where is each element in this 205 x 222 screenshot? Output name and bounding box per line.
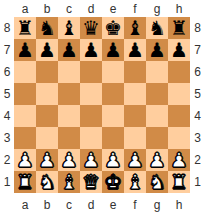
file-label-bottom-a: a xyxy=(14,193,36,222)
file-label-bottom-d: d xyxy=(80,193,102,222)
rank-label-right-1: 1 xyxy=(190,171,205,193)
corner-bottom-left xyxy=(0,193,14,222)
piece-white-knight[interactable]: ♞ xyxy=(148,171,166,193)
piece-white-queen[interactable]: ♛ xyxy=(82,171,100,193)
square-h1[interactable]: ♜ xyxy=(168,171,190,193)
square-c8[interactable]: ♝ xyxy=(58,17,80,39)
square-b6[interactable] xyxy=(36,61,58,83)
piece-black-knight[interactable]: ♞ xyxy=(38,17,56,39)
file-label-top-e: e xyxy=(102,0,124,17)
square-h8[interactable]: ♜ xyxy=(168,17,190,39)
piece-black-knight[interactable]: ♞ xyxy=(148,17,166,39)
piece-black-rook[interactable]: ♜ xyxy=(170,17,188,39)
piece-white-pawn[interactable]: ♟ xyxy=(126,149,144,171)
square-e5[interactable] xyxy=(102,83,124,105)
piece-black-bishop[interactable]: ♝ xyxy=(60,17,78,39)
piece-white-knight[interactable]: ♞ xyxy=(38,171,56,193)
square-a2[interactable]: ♟ xyxy=(14,149,36,171)
square-f1[interactable]: ♝ xyxy=(124,171,146,193)
file-label-bottom-h: h xyxy=(168,193,190,222)
square-b1[interactable]: ♞ xyxy=(36,171,58,193)
square-a1[interactable]: ♜ xyxy=(14,171,36,193)
square-g3[interactable] xyxy=(146,127,168,149)
file-label-top-c: c xyxy=(58,0,80,17)
square-b3[interactable] xyxy=(36,127,58,149)
file-label-top-h: h xyxy=(168,0,190,17)
piece-black-queen[interactable]: ♛ xyxy=(82,17,100,39)
square-f3[interactable] xyxy=(124,127,146,149)
piece-black-pawn[interactable]: ♟ xyxy=(16,39,34,61)
piece-white-pawn[interactable]: ♟ xyxy=(60,149,78,171)
piece-black-pawn[interactable]: ♟ xyxy=(104,39,122,61)
chess-board: abcdefgh8♜♞♝♛♚♝♞♜87♟♟♟♟♟♟♟♟7665544332♟♟♟… xyxy=(0,0,205,222)
rank-label-right-2: 2 xyxy=(190,149,205,171)
square-g4[interactable] xyxy=(146,105,168,127)
square-b2[interactable]: ♟ xyxy=(36,149,58,171)
square-g6[interactable] xyxy=(146,61,168,83)
square-e7[interactable]: ♟ xyxy=(102,39,124,61)
square-h3[interactable] xyxy=(168,127,190,149)
piece-black-rook[interactable]: ♜ xyxy=(16,17,34,39)
square-a8[interactable]: ♜ xyxy=(14,17,36,39)
rank-label-left-7: 7 xyxy=(0,39,14,61)
piece-black-pawn[interactable]: ♟ xyxy=(170,39,188,61)
square-f6[interactable] xyxy=(124,61,146,83)
square-d8[interactable]: ♛ xyxy=(80,17,102,39)
square-a4[interactable] xyxy=(14,105,36,127)
rank-label-left-2: 2 xyxy=(0,149,14,171)
square-d3[interactable] xyxy=(80,127,102,149)
rank-label-left-5: 5 xyxy=(0,83,14,105)
rank-label-left-8: 8 xyxy=(0,17,14,39)
piece-white-pawn[interactable]: ♟ xyxy=(82,149,100,171)
square-g2[interactable]: ♟ xyxy=(146,149,168,171)
square-e6[interactable] xyxy=(102,61,124,83)
piece-white-bishop[interactable]: ♝ xyxy=(60,171,78,193)
square-d7[interactable]: ♟ xyxy=(80,39,102,61)
piece-white-king[interactable]: ♚ xyxy=(104,171,122,193)
rank-label-right-5: 5 xyxy=(190,83,205,105)
square-h4[interactable] xyxy=(168,105,190,127)
rank-label-right-4: 4 xyxy=(190,105,205,127)
square-b7[interactable]: ♟ xyxy=(36,39,58,61)
file-label-bottom-b: b xyxy=(36,193,58,222)
file-label-bottom-c: c xyxy=(58,193,80,222)
square-f4[interactable] xyxy=(124,105,146,127)
square-c7[interactable]: ♟ xyxy=(58,39,80,61)
corner-top-left xyxy=(0,0,14,17)
square-c1[interactable]: ♝ xyxy=(58,171,80,193)
square-d6[interactable] xyxy=(80,61,102,83)
file-label-top-b: b xyxy=(36,0,58,17)
square-d2[interactable]: ♟ xyxy=(80,149,102,171)
square-f2[interactable]: ♟ xyxy=(124,149,146,171)
square-e3[interactable] xyxy=(102,127,124,149)
piece-black-king[interactable]: ♚ xyxy=(104,17,122,39)
square-h7[interactable]: ♟ xyxy=(168,39,190,61)
corner-top-right xyxy=(190,0,205,17)
chess-diagram: abcdefgh8♜♞♝♛♚♝♞♜87♟♟♟♟♟♟♟♟7665544332♟♟♟… xyxy=(0,0,205,222)
piece-white-pawn[interactable]: ♟ xyxy=(148,149,166,171)
square-h2[interactable]: ♟ xyxy=(168,149,190,171)
square-g8[interactable]: ♞ xyxy=(146,17,168,39)
piece-black-pawn[interactable]: ♟ xyxy=(126,39,144,61)
square-c5[interactable] xyxy=(58,83,80,105)
square-e2[interactable]: ♟ xyxy=(102,149,124,171)
rank-label-left-6: 6 xyxy=(0,61,14,83)
piece-white-bishop[interactable]: ♝ xyxy=(126,171,144,193)
square-d4[interactable] xyxy=(80,105,102,127)
file-label-bottom-e: e xyxy=(102,193,124,222)
piece-white-pawn[interactable]: ♟ xyxy=(38,149,56,171)
piece-white-rook[interactable]: ♜ xyxy=(170,171,188,193)
file-label-top-f: f xyxy=(124,0,146,17)
file-label-bottom-f: f xyxy=(124,193,146,222)
square-a6[interactable] xyxy=(14,61,36,83)
square-f8[interactable]: ♝ xyxy=(124,17,146,39)
square-a3[interactable] xyxy=(14,127,36,149)
square-h6[interactable] xyxy=(168,61,190,83)
square-c3[interactable] xyxy=(58,127,80,149)
rank-label-left-4: 4 xyxy=(0,105,14,127)
square-h5[interactable] xyxy=(168,83,190,105)
piece-black-pawn[interactable]: ♟ xyxy=(82,39,100,61)
square-c2[interactable]: ♟ xyxy=(58,149,80,171)
piece-black-bishop[interactable]: ♝ xyxy=(126,17,144,39)
piece-white-pawn[interactable]: ♟ xyxy=(16,149,34,171)
square-f5[interactable] xyxy=(124,83,146,105)
rank-label-left-1: 1 xyxy=(0,171,14,193)
square-g5[interactable] xyxy=(146,83,168,105)
square-g7[interactable]: ♟ xyxy=(146,39,168,61)
piece-white-pawn[interactable]: ♟ xyxy=(104,149,122,171)
square-b4[interactable] xyxy=(36,105,58,127)
file-label-bottom-g: g xyxy=(146,193,168,222)
piece-white-rook[interactable]: ♜ xyxy=(16,171,34,193)
rank-label-right-8: 8 xyxy=(190,17,205,39)
file-label-top-g: g xyxy=(146,0,168,17)
piece-black-pawn[interactable]: ♟ xyxy=(60,39,78,61)
rank-label-left-3: 3 xyxy=(0,127,14,149)
piece-black-pawn[interactable]: ♟ xyxy=(38,39,56,61)
square-e8[interactable]: ♚ xyxy=(102,17,124,39)
square-c6[interactable] xyxy=(58,61,80,83)
corner-bottom-right xyxy=(190,193,205,222)
square-b8[interactable]: ♞ xyxy=(36,17,58,39)
square-a5[interactable] xyxy=(14,83,36,105)
square-a7[interactable]: ♟ xyxy=(14,39,36,61)
file-label-top-a: a xyxy=(14,0,36,17)
square-d1[interactable]: ♛ xyxy=(80,171,102,193)
square-e1[interactable]: ♚ xyxy=(102,171,124,193)
piece-white-pawn[interactable]: ♟ xyxy=(170,149,188,171)
rank-label-right-6: 6 xyxy=(190,61,205,83)
square-e4[interactable] xyxy=(102,105,124,127)
square-g1[interactable]: ♞ xyxy=(146,171,168,193)
square-f7[interactable]: ♟ xyxy=(124,39,146,61)
square-b5[interactable] xyxy=(36,83,58,105)
rank-label-right-7: 7 xyxy=(190,39,205,61)
file-label-top-d: d xyxy=(80,0,102,17)
square-d5[interactable] xyxy=(80,83,102,105)
piece-black-pawn[interactable]: ♟ xyxy=(148,39,166,61)
square-c4[interactable] xyxy=(58,105,80,127)
rank-label-right-3: 3 xyxy=(190,127,205,149)
